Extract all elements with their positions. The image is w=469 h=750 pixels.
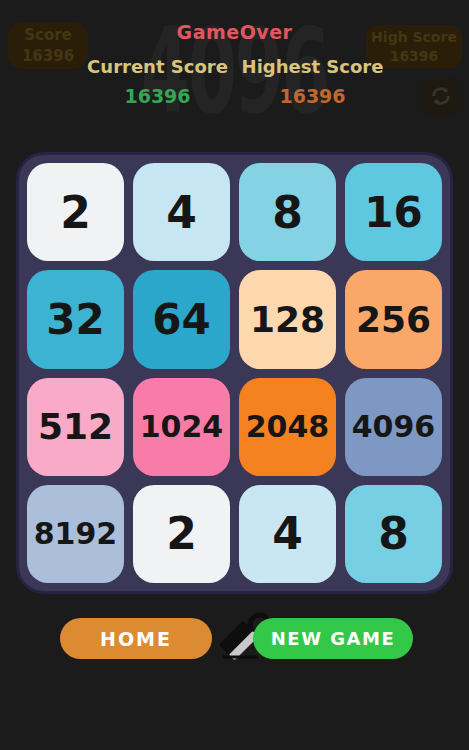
tile-value: 512 bbox=[38, 406, 113, 447]
tile-2048: 2048 bbox=[239, 378, 336, 476]
tile-value: 16 bbox=[364, 188, 422, 237]
tile-value: 8 bbox=[272, 187, 303, 238]
highest-score-label: Highest Score bbox=[235, 56, 390, 77]
tile-value: 4 bbox=[166, 187, 197, 238]
board[interactable]: 2481632641282565121024204840968192248 bbox=[16, 152, 453, 594]
tile-value: 8 bbox=[378, 508, 409, 559]
app-screen: 4096 GameOver Score 16396 High Score 163… bbox=[0, 0, 469, 750]
highest-score-value: 16396 bbox=[235, 85, 390, 107]
refresh-button[interactable] bbox=[421, 78, 461, 116]
tile-value: 2 bbox=[166, 508, 197, 559]
tile-value: 2048 bbox=[246, 409, 330, 444]
tile-value: 8192 bbox=[34, 516, 118, 551]
tile-256: 256 bbox=[345, 270, 442, 368]
high-score-badge-value: 16396 bbox=[390, 47, 439, 66]
tile-4096: 4096 bbox=[345, 378, 442, 476]
tile-value: 4 bbox=[272, 508, 303, 559]
tile-8192: 8192 bbox=[27, 485, 124, 583]
tile-4: 4 bbox=[239, 485, 336, 583]
tile-16: 16 bbox=[345, 163, 442, 261]
tile-32: 32 bbox=[27, 270, 124, 368]
game-over-text: GameOver bbox=[0, 21, 469, 43]
tile-value: 32 bbox=[46, 295, 104, 344]
home-button[interactable]: HOME bbox=[60, 618, 212, 659]
refresh-icon bbox=[430, 85, 452, 110]
new-game-button[interactable]: NEW GAME bbox=[253, 618, 413, 659]
tile-2: 2 bbox=[133, 485, 230, 583]
tile-value: 4096 bbox=[352, 409, 436, 444]
home-button-label: HOME bbox=[100, 628, 172, 650]
tile-value: 128 bbox=[250, 299, 325, 340]
tile-value: 2 bbox=[60, 187, 91, 238]
tile-4: 4 bbox=[133, 163, 230, 261]
tile-2: 2 bbox=[27, 163, 124, 261]
tile-value: 1024 bbox=[140, 409, 224, 444]
tile-64: 64 bbox=[133, 270, 230, 368]
new-game-button-label: NEW GAME bbox=[271, 628, 395, 649]
tile-1024: 1024 bbox=[133, 378, 230, 476]
tile-128: 128 bbox=[239, 270, 336, 368]
tile-value: 64 bbox=[152, 295, 210, 344]
highest-score-block: Highest Score 16396 bbox=[235, 56, 390, 107]
tile-value: 256 bbox=[356, 299, 431, 340]
tile-8: 8 bbox=[345, 485, 442, 583]
tile-8: 8 bbox=[239, 163, 336, 261]
tile-512: 512 bbox=[27, 378, 124, 476]
